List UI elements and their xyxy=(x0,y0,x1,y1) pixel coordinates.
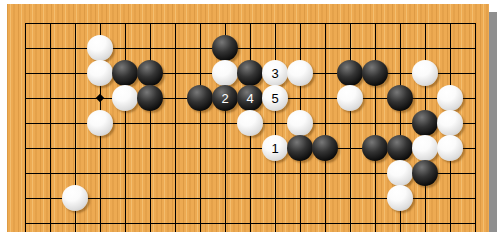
intersection[interactable] xyxy=(188,111,213,136)
intersection[interactable] xyxy=(313,86,338,111)
intersection[interactable] xyxy=(63,11,88,36)
black-stone xyxy=(387,135,413,161)
intersection[interactable] xyxy=(213,61,238,86)
intersection[interactable] xyxy=(113,111,138,136)
intersection[interactable] xyxy=(113,186,138,211)
intersection[interactable] xyxy=(263,111,288,136)
intersection[interactable] xyxy=(363,211,388,233)
white-stone xyxy=(387,185,413,211)
star-point xyxy=(96,94,104,102)
intersection[interactable] xyxy=(413,86,438,111)
intersection[interactable] xyxy=(188,186,213,211)
intersection[interactable] xyxy=(38,211,63,233)
intersection[interactable] xyxy=(363,36,388,61)
intersection[interactable] xyxy=(113,211,138,233)
intersection[interactable] xyxy=(113,61,138,86)
black-stone xyxy=(337,60,363,86)
intersection[interactable] xyxy=(63,161,88,186)
intersection[interactable] xyxy=(63,61,88,86)
intersection[interactable] xyxy=(363,136,388,161)
intersection[interactable] xyxy=(438,61,463,86)
move-number: 3 xyxy=(271,67,278,80)
intersection[interactable] xyxy=(388,211,413,233)
intersection[interactable] xyxy=(338,86,363,111)
intersection[interactable] xyxy=(13,136,38,161)
intersection[interactable] xyxy=(213,11,238,36)
black-stone xyxy=(112,60,138,86)
intersection[interactable] xyxy=(13,86,38,111)
intersection[interactable] xyxy=(63,211,88,233)
black-stone xyxy=(212,35,238,61)
intersection[interactable] xyxy=(438,11,463,36)
intersection[interactable] xyxy=(338,36,363,61)
intersection[interactable] xyxy=(238,161,263,186)
intersection[interactable] xyxy=(238,111,263,136)
intersection[interactable]: 4 xyxy=(238,86,263,111)
intersection[interactable] xyxy=(438,136,463,161)
intersection[interactable] xyxy=(438,111,463,136)
intersection[interactable] xyxy=(13,11,38,36)
black-stone xyxy=(187,85,213,111)
intersection[interactable] xyxy=(163,161,188,186)
intersection[interactable] xyxy=(388,36,413,61)
intersection[interactable]: 5 xyxy=(263,86,288,111)
intersection[interactable] xyxy=(463,111,488,136)
white-stone xyxy=(437,110,463,136)
intersection[interactable] xyxy=(463,136,488,161)
intersection[interactable] xyxy=(13,111,38,136)
intersection[interactable] xyxy=(413,36,438,61)
intersection[interactable] xyxy=(413,61,438,86)
intersection[interactable] xyxy=(438,211,463,233)
intersection[interactable] xyxy=(213,161,238,186)
intersection[interactable] xyxy=(313,111,338,136)
white-stone xyxy=(287,110,313,136)
intersection[interactable] xyxy=(313,61,338,86)
intersection[interactable] xyxy=(38,136,63,161)
intersection[interactable] xyxy=(188,161,213,186)
intersection[interactable] xyxy=(138,36,163,61)
intersection[interactable]: 3 xyxy=(263,61,288,86)
intersection[interactable] xyxy=(363,11,388,36)
intersection[interactable] xyxy=(113,161,138,186)
intersection[interactable] xyxy=(38,11,63,36)
black-stone xyxy=(387,85,413,111)
white-stone xyxy=(337,85,363,111)
intersection[interactable] xyxy=(463,11,488,36)
intersection[interactable] xyxy=(363,111,388,136)
intersection[interactable] xyxy=(163,136,188,161)
intersection[interactable] xyxy=(288,36,313,61)
move-number: 5 xyxy=(271,92,278,105)
intersection[interactable] xyxy=(313,136,338,161)
intersection[interactable] xyxy=(313,211,338,233)
intersection[interactable] xyxy=(113,11,138,36)
intersection[interactable] xyxy=(138,11,163,36)
intersection[interactable] xyxy=(238,11,263,36)
intersection[interactable] xyxy=(263,161,288,186)
black-stone xyxy=(412,160,438,186)
intersection[interactable] xyxy=(338,111,363,136)
intersection[interactable] xyxy=(138,111,163,136)
intersection[interactable] xyxy=(288,11,313,36)
intersection[interactable] xyxy=(213,211,238,233)
intersection[interactable] xyxy=(88,136,113,161)
intersection[interactable] xyxy=(163,186,188,211)
intersection[interactable] xyxy=(313,161,338,186)
intersection[interactable] xyxy=(288,136,313,161)
intersection[interactable] xyxy=(363,61,388,86)
intersection[interactable] xyxy=(338,11,363,36)
board-grid: 32451 xyxy=(13,11,488,233)
intersection[interactable] xyxy=(13,211,38,233)
white-stone: 5 xyxy=(262,85,288,111)
intersection[interactable] xyxy=(463,211,488,233)
intersection[interactable] xyxy=(338,211,363,233)
intersection[interactable] xyxy=(88,36,113,61)
intersection[interactable] xyxy=(238,186,263,211)
intersection[interactable] xyxy=(263,11,288,36)
white-stone xyxy=(437,135,463,161)
black-stone xyxy=(137,60,163,86)
white-stone xyxy=(437,85,463,111)
intersection[interactable] xyxy=(38,61,63,86)
intersection[interactable] xyxy=(163,61,188,86)
intersection[interactable] xyxy=(38,186,63,211)
intersection[interactable] xyxy=(463,61,488,86)
intersection[interactable] xyxy=(413,11,438,36)
intersection[interactable] xyxy=(188,11,213,36)
intersection[interactable] xyxy=(438,36,463,61)
intersection[interactable] xyxy=(38,111,63,136)
intersection[interactable] xyxy=(438,86,463,111)
intersection[interactable] xyxy=(238,211,263,233)
intersection[interactable] xyxy=(163,211,188,233)
white-stone xyxy=(412,135,438,161)
intersection[interactable] xyxy=(63,36,88,61)
intersection[interactable] xyxy=(388,136,413,161)
white-stone xyxy=(387,160,413,186)
intersection[interactable] xyxy=(413,111,438,136)
intersection[interactable] xyxy=(213,186,238,211)
intersection[interactable] xyxy=(288,211,313,233)
intersection[interactable] xyxy=(288,186,313,211)
black-stone: 2 xyxy=(212,85,238,111)
black-stone xyxy=(237,60,263,86)
go-diagram: 32451 xyxy=(0,0,500,232)
intersection[interactable] xyxy=(388,111,413,136)
intersection[interactable] xyxy=(313,186,338,211)
white-stone: 1 xyxy=(262,135,288,161)
intersection[interactable] xyxy=(13,36,38,61)
intersection[interactable] xyxy=(388,86,413,111)
intersection[interactable] xyxy=(188,211,213,233)
intersection[interactable] xyxy=(438,161,463,186)
intersection[interactable] xyxy=(388,161,413,186)
intersection[interactable] xyxy=(413,211,438,233)
intersection[interactable] xyxy=(413,186,438,211)
board-drop-shadow xyxy=(489,12,497,232)
intersection[interactable] xyxy=(163,11,188,36)
intersection[interactable] xyxy=(163,86,188,111)
intersection[interactable] xyxy=(38,36,63,61)
intersection[interactable] xyxy=(213,36,238,61)
intersection[interactable] xyxy=(88,161,113,186)
intersection[interactable] xyxy=(188,36,213,61)
intersection[interactable] xyxy=(288,61,313,86)
white-stone xyxy=(237,110,263,136)
intersection[interactable] xyxy=(338,61,363,86)
intersection[interactable] xyxy=(63,186,88,211)
intersection[interactable] xyxy=(388,11,413,36)
intersection[interactable] xyxy=(188,61,213,86)
intersection[interactable] xyxy=(13,186,38,211)
white-stone xyxy=(87,35,113,61)
black-stone xyxy=(287,135,313,161)
intersection[interactable] xyxy=(13,161,38,186)
intersection[interactable] xyxy=(463,36,488,61)
black-stone: 4 xyxy=(237,85,263,111)
intersection[interactable] xyxy=(238,61,263,86)
intersection[interactable] xyxy=(188,136,213,161)
intersection[interactable] xyxy=(138,211,163,233)
intersection[interactable] xyxy=(138,86,163,111)
intersection[interactable] xyxy=(138,136,163,161)
go-board[interactable]: 32451 xyxy=(7,4,489,232)
intersection[interactable] xyxy=(63,86,88,111)
intersection[interactable] xyxy=(263,36,288,61)
intersection[interactable] xyxy=(213,111,238,136)
intersection[interactable] xyxy=(38,161,63,186)
intersection[interactable] xyxy=(238,136,263,161)
black-stone xyxy=(362,60,388,86)
black-stone xyxy=(312,135,338,161)
intersection[interactable] xyxy=(338,186,363,211)
intersection[interactable] xyxy=(88,111,113,136)
intersection[interactable] xyxy=(113,36,138,61)
intersection[interactable] xyxy=(313,11,338,36)
intersection[interactable] xyxy=(338,161,363,186)
intersection[interactable] xyxy=(413,136,438,161)
black-stone xyxy=(137,85,163,111)
intersection[interactable] xyxy=(88,211,113,233)
intersection[interactable] xyxy=(113,136,138,161)
intersection[interactable] xyxy=(88,11,113,36)
intersection[interactable] xyxy=(88,61,113,86)
intersection[interactable] xyxy=(188,86,213,111)
move-number: 1 xyxy=(271,142,278,155)
intersection[interactable] xyxy=(88,86,113,111)
black-stone xyxy=(362,135,388,161)
black-stone xyxy=(412,110,438,136)
intersection[interactable] xyxy=(463,86,488,111)
move-number: 4 xyxy=(246,92,253,105)
intersection[interactable] xyxy=(288,86,313,111)
intersection[interactable] xyxy=(288,161,313,186)
intersection[interactable]: 1 xyxy=(263,136,288,161)
intersection[interactable] xyxy=(213,136,238,161)
intersection[interactable] xyxy=(63,136,88,161)
intersection[interactable] xyxy=(438,186,463,211)
intersection[interactable] xyxy=(38,86,63,111)
intersection[interactable] xyxy=(388,186,413,211)
intersection[interactable] xyxy=(363,86,388,111)
intersection[interactable]: 2 xyxy=(213,86,238,111)
intersection[interactable] xyxy=(263,211,288,233)
intersection[interactable] xyxy=(263,186,288,211)
intersection[interactable] xyxy=(288,111,313,136)
white-stone xyxy=(62,185,88,211)
intersection[interactable] xyxy=(238,36,263,61)
intersection[interactable] xyxy=(388,61,413,86)
intersection[interactable] xyxy=(363,161,388,186)
intersection[interactable] xyxy=(138,161,163,186)
intersection[interactable] xyxy=(363,186,388,211)
intersection[interactable] xyxy=(313,36,338,61)
white-stone xyxy=(87,110,113,136)
intersection[interactable] xyxy=(13,61,38,86)
intersection[interactable] xyxy=(163,111,188,136)
white-stone xyxy=(212,60,238,86)
intersection[interactable] xyxy=(113,86,138,111)
intersection[interactable] xyxy=(463,186,488,211)
white-stone xyxy=(287,60,313,86)
white-stone xyxy=(412,60,438,86)
intersection[interactable] xyxy=(63,111,88,136)
intersection[interactable] xyxy=(163,36,188,61)
white-stone xyxy=(87,60,113,86)
intersection[interactable] xyxy=(413,161,438,186)
intersection[interactable] xyxy=(138,61,163,86)
move-number: 2 xyxy=(221,92,228,105)
intersection[interactable] xyxy=(338,136,363,161)
white-stone xyxy=(112,85,138,111)
white-stone: 3 xyxy=(262,60,288,86)
intersection[interactable] xyxy=(138,186,163,211)
intersection[interactable] xyxy=(88,186,113,211)
intersection[interactable] xyxy=(463,161,488,186)
